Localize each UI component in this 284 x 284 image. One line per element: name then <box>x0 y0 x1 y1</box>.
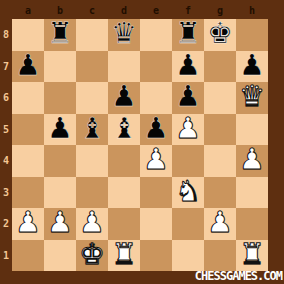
square-g4[interactable] <box>204 145 236 177</box>
square-a4[interactable] <box>12 145 44 177</box>
black-bishop: ♝ <box>79 114 105 143</box>
black-pawn: ♟ <box>175 82 201 111</box>
file-label-e: e <box>140 0 172 19</box>
square-d7[interactable] <box>108 51 140 83</box>
square-e1[interactable] <box>140 240 172 272</box>
square-d1[interactable]: ♜ <box>108 240 140 272</box>
square-b8[interactable]: ♜ <box>44 19 76 51</box>
black-pawn: ♟ <box>111 82 137 111</box>
square-f8[interactable]: ♜ <box>172 19 204 51</box>
square-d2[interactable] <box>108 208 140 240</box>
black-pawn: ♟ <box>239 51 265 80</box>
square-e6[interactable] <box>140 82 172 114</box>
square-h6[interactable]: ♛ <box>236 82 268 114</box>
square-c2[interactable]: ♟ <box>76 208 108 240</box>
square-c3[interactable] <box>76 177 108 209</box>
white-pawn: ♟ <box>47 208 73 237</box>
square-h1[interactable]: ♜ <box>236 240 268 272</box>
square-a6[interactable] <box>12 82 44 114</box>
square-b5[interactable]: ♟ <box>44 114 76 146</box>
square-c6[interactable] <box>76 82 108 114</box>
square-c4[interactable] <box>76 145 108 177</box>
rank-label-4: 4 <box>0 145 12 177</box>
rank-labels: 87654321 <box>0 19 12 271</box>
black-pawn: ♟ <box>175 51 201 80</box>
white-pawn: ♟ <box>79 208 105 237</box>
black-rook: ♜ <box>175 19 201 48</box>
square-f2[interactable] <box>172 208 204 240</box>
square-d8[interactable]: ♛ <box>108 19 140 51</box>
white-queen: ♛ <box>239 82 265 111</box>
square-b7[interactable] <box>44 51 76 83</box>
square-e8[interactable] <box>140 19 172 51</box>
square-h2[interactable] <box>236 208 268 240</box>
square-g8[interactable]: ♚ <box>204 19 236 51</box>
square-h7[interactable]: ♟ <box>236 51 268 83</box>
rank-label-7: 7 <box>0 51 12 83</box>
square-g5[interactable] <box>204 114 236 146</box>
square-f6[interactable]: ♟ <box>172 82 204 114</box>
square-e5[interactable]: ♟ <box>140 114 172 146</box>
white-king: ♚ <box>79 240 105 269</box>
square-d5[interactable]: ♝ <box>108 114 140 146</box>
square-e2[interactable] <box>140 208 172 240</box>
rank-label-6: 6 <box>0 82 12 114</box>
square-e3[interactable] <box>140 177 172 209</box>
square-b6[interactable] <box>44 82 76 114</box>
square-g6[interactable] <box>204 82 236 114</box>
black-pawn: ♟ <box>47 114 73 143</box>
square-h4[interactable]: ♟ <box>236 145 268 177</box>
white-pawn: ♟ <box>15 208 41 237</box>
square-g2[interactable]: ♟ <box>204 208 236 240</box>
black-pawn: ♟ <box>15 51 41 80</box>
white-rook: ♜ <box>239 240 265 269</box>
white-rook: ♜ <box>111 240 137 269</box>
white-knight: ♞ <box>175 177 201 206</box>
square-f1[interactable] <box>172 240 204 272</box>
square-b4[interactable] <box>44 145 76 177</box>
square-c7[interactable] <box>76 51 108 83</box>
file-label-c: c <box>76 0 108 19</box>
watermark: CHESSGAMES.COM <box>195 269 282 283</box>
chessboard: ♜♛♜♚♟♟♟♟♟♛♟♝♝♟♟♟♟♞♟♟♟♟♚♜♜ <box>12 19 268 271</box>
square-c8[interactable] <box>76 19 108 51</box>
square-h5[interactable] <box>236 114 268 146</box>
square-a5[interactable] <box>12 114 44 146</box>
square-b2[interactable]: ♟ <box>44 208 76 240</box>
file-label-h: h <box>236 0 268 19</box>
black-bishop: ♝ <box>111 114 137 143</box>
rank-label-8: 8 <box>0 19 12 51</box>
square-d3[interactable] <box>108 177 140 209</box>
rank-label-3: 3 <box>0 177 12 209</box>
square-b3[interactable] <box>44 177 76 209</box>
square-a7[interactable]: ♟ <box>12 51 44 83</box>
rank-label-2: 2 <box>0 208 12 240</box>
square-h8[interactable] <box>236 19 268 51</box>
square-f5[interactable]: ♟ <box>172 114 204 146</box>
square-c5[interactable]: ♝ <box>76 114 108 146</box>
black-pawn: ♟ <box>143 114 169 143</box>
black-rook: ♜ <box>47 19 73 48</box>
square-f3[interactable]: ♞ <box>172 177 204 209</box>
square-h3[interactable] <box>236 177 268 209</box>
square-a3[interactable] <box>12 177 44 209</box>
black-queen: ♛ <box>111 19 137 48</box>
file-label-a: a <box>12 0 44 19</box>
square-a1[interactable] <box>12 240 44 272</box>
square-f7[interactable]: ♟ <box>172 51 204 83</box>
square-g1[interactable] <box>204 240 236 272</box>
black-king: ♚ <box>207 19 233 48</box>
square-d4[interactable] <box>108 145 140 177</box>
rank-label-1: 1 <box>0 240 12 272</box>
white-pawn: ♟ <box>239 145 265 174</box>
square-d6[interactable]: ♟ <box>108 82 140 114</box>
square-a8[interactable] <box>12 19 44 51</box>
square-g7[interactable] <box>204 51 236 83</box>
square-g3[interactable] <box>204 177 236 209</box>
white-pawn: ♟ <box>143 145 169 174</box>
square-f4[interactable] <box>172 145 204 177</box>
white-pawn: ♟ <box>175 114 201 143</box>
square-e4[interactable]: ♟ <box>140 145 172 177</box>
white-pawn: ♟ <box>207 208 233 237</box>
square-a2[interactable]: ♟ <box>12 208 44 240</box>
square-b1[interactable] <box>44 240 76 272</box>
square-c1[interactable]: ♚ <box>76 240 108 272</box>
chess-diagram: abcdefgh 87654321 ♜♛♜♚♟♟♟♟♟♛♟♝♝♟♟♟♟♞♟♟♟♟… <box>0 0 284 284</box>
rank-label-5: 5 <box>0 114 12 146</box>
square-e7[interactable] <box>140 51 172 83</box>
